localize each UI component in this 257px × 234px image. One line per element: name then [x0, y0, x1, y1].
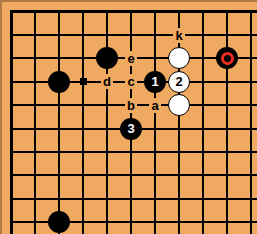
intersection: [71, 47, 95, 70]
intersection: [143, 47, 167, 70]
intersection: [119, 23, 143, 46]
intersection: [95, 94, 119, 117]
intersection: [0, 117, 23, 140]
intersection: [95, 117, 119, 140]
intersection: [0, 70, 23, 93]
white-stone-2: 2: [168, 71, 190, 93]
intersection: [47, 211, 71, 234]
point-label-c: c: [125, 74, 136, 89]
intersection: [95, 164, 119, 187]
intersection: [0, 47, 23, 70]
intersection: [215, 23, 239, 46]
intersection: [71, 187, 95, 210]
intersection: [23, 70, 47, 93]
intersection: [0, 140, 23, 163]
intersection: [167, 94, 191, 117]
intersection: [143, 23, 167, 46]
intersection: [215, 47, 239, 70]
board-outer-border-top: [0, 0, 257, 2]
intersection: [0, 187, 23, 210]
intersection: c: [119, 70, 143, 93]
intersection: 1: [143, 70, 167, 93]
intersection: [239, 164, 257, 187]
intersection: [95, 140, 119, 163]
hoshi-square-marker: [80, 78, 87, 85]
intersection: [71, 23, 95, 46]
point-label-d: d: [101, 74, 113, 89]
intersection: [95, 211, 119, 234]
intersection: [0, 23, 23, 46]
intersection: [239, 47, 257, 70]
intersection: [239, 23, 257, 46]
intersection: 2: [167, 70, 191, 93]
red-circle-mark-icon: [221, 52, 234, 65]
intersection: b: [119, 94, 143, 117]
intersection: [47, 187, 71, 210]
intersection: [215, 0, 239, 23]
intersection: [71, 0, 95, 23]
intersection: [47, 117, 71, 140]
intersection: k: [167, 23, 191, 46]
intersection: [47, 164, 71, 187]
intersection: [23, 140, 47, 163]
intersection: [95, 47, 119, 70]
intersection: [47, 140, 71, 163]
intersection: [0, 211, 23, 234]
intersection: [167, 117, 191, 140]
intersection: [0, 0, 23, 23]
intersection: [47, 94, 71, 117]
intersection: [47, 70, 71, 93]
intersection: [191, 70, 215, 93]
board-outer-border-left: [0, 0, 2, 234]
intersection: [191, 0, 215, 23]
intersection: [191, 211, 215, 234]
intersection: [215, 211, 239, 234]
white-stone: [168, 47, 190, 69]
intersection: [167, 0, 191, 23]
intersection: [143, 140, 167, 163]
intersection: [191, 23, 215, 46]
intersection: [215, 94, 239, 117]
intersection: [119, 211, 143, 234]
intersection: [167, 164, 191, 187]
intersection: [143, 187, 167, 210]
intersection: [47, 47, 71, 70]
intersection: [119, 140, 143, 163]
intersection: [119, 164, 143, 187]
intersection: [191, 140, 215, 163]
intersection: [47, 0, 71, 23]
intersection: [71, 94, 95, 117]
intersection: [191, 117, 215, 140]
intersection: [71, 164, 95, 187]
intersection: [239, 187, 257, 210]
intersection: d: [95, 70, 119, 93]
intersection: [23, 23, 47, 46]
intersection: [167, 140, 191, 163]
intersection: [143, 211, 167, 234]
intersection: [0, 94, 23, 117]
intersection: [143, 0, 167, 23]
intersection: [95, 0, 119, 23]
intersection: [71, 211, 95, 234]
intersection: [167, 187, 191, 210]
intersection: [239, 70, 257, 93]
intersection: 3: [119, 117, 143, 140]
intersection: [23, 47, 47, 70]
intersection: [239, 117, 257, 140]
intersection: [215, 140, 239, 163]
intersection: a: [143, 94, 167, 117]
black-stone: [96, 47, 118, 69]
intersection: [23, 117, 47, 140]
intersection: [71, 70, 95, 93]
intersection: [23, 94, 47, 117]
intersection: [167, 211, 191, 234]
intersection: [95, 187, 119, 210]
intersection: [215, 117, 239, 140]
go-board-diagram: kedc12ba3: [0, 0, 257, 234]
intersection: [71, 117, 95, 140]
intersection: [215, 187, 239, 210]
black-stone-1: 1: [144, 71, 166, 93]
intersection: [215, 164, 239, 187]
intersection: [23, 187, 47, 210]
go-grid: kedc12ba3: [0, 0, 257, 234]
intersection: [0, 164, 23, 187]
intersection: [215, 70, 239, 93]
intersection: [239, 94, 257, 117]
intersection: [143, 117, 167, 140]
intersection: [23, 211, 47, 234]
intersection: [23, 0, 47, 23]
black-stone: [48, 211, 70, 233]
intersection: [239, 0, 257, 23]
marked-black-stone: [216, 47, 238, 69]
intersection: [119, 0, 143, 23]
intersection: [191, 164, 215, 187]
intersection: [143, 164, 167, 187]
white-stone: [168, 94, 190, 116]
intersection: [119, 187, 143, 210]
black-stone-3: 3: [120, 118, 142, 140]
intersection: [47, 23, 71, 46]
intersection: [191, 187, 215, 210]
intersection: [191, 94, 215, 117]
intersection: [71, 140, 95, 163]
intersection: [239, 140, 257, 163]
intersection: [191, 47, 215, 70]
intersection: [167, 47, 191, 70]
point-label-e: e: [125, 51, 136, 66]
intersection: [239, 211, 257, 234]
point-label-a: a: [149, 98, 160, 113]
black-stone: [48, 71, 70, 93]
point-label-k: k: [173, 28, 184, 43]
point-label-b: b: [125, 98, 137, 113]
intersection: e: [119, 47, 143, 70]
intersection: [23, 164, 47, 187]
intersection: [95, 23, 119, 46]
